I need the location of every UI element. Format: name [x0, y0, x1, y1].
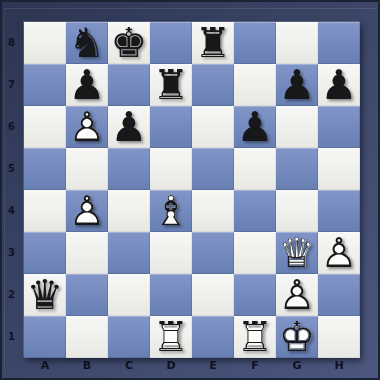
square-a6[interactable] [24, 106, 66, 148]
square-d8[interactable] [150, 22, 192, 64]
piece-glyph: ♟ [318, 64, 360, 107]
piece-outline-glyph: ♖ [150, 316, 192, 359]
file-label-c: C [108, 357, 150, 375]
square-c6[interactable]: ♟ [108, 106, 150, 148]
square-f5[interactable] [234, 148, 276, 190]
square-g2[interactable]: ♟♙ [276, 274, 318, 316]
rank-label-8: 8 [2, 22, 21, 64]
square-c4[interactable] [108, 190, 150, 232]
piece-glyph: ♞ [66, 22, 108, 65]
square-b3[interactable] [66, 232, 108, 274]
square-g7[interactable]: ♟ [276, 64, 318, 106]
square-g4[interactable] [276, 190, 318, 232]
rank-label-7: 7 [2, 64, 21, 106]
rank-label-4: 4 [2, 190, 21, 232]
square-e8[interactable]: ♜ [192, 22, 234, 64]
piece-outline-glyph: ♙ [318, 232, 360, 275]
square-c8[interactable]: ♚ [108, 22, 150, 64]
square-e3[interactable] [192, 232, 234, 274]
square-d1[interactable]: ♜♖ [150, 316, 192, 358]
piece-glyph: ♜ [150, 64, 192, 107]
file-label-b: B [66, 357, 108, 375]
piece-glyph: ♚ [108, 22, 150, 65]
square-c3[interactable] [108, 232, 150, 274]
square-a3[interactable] [24, 232, 66, 274]
square-d4[interactable]: ♝♗ [150, 190, 192, 232]
square-e4[interactable] [192, 190, 234, 232]
square-c1[interactable] [108, 316, 150, 358]
black-pawn[interactable]: ♟ [318, 64, 360, 106]
square-a7[interactable] [24, 64, 66, 106]
piece-outline-glyph: ♗ [150, 190, 192, 233]
square-b2[interactable] [66, 274, 108, 316]
square-a8[interactable] [24, 22, 66, 64]
file-label-e: E [192, 357, 234, 375]
white-pawn[interactable]: ♟♙ [66, 190, 108, 232]
square-a2[interactable]: ♛ [24, 274, 66, 316]
black-knight[interactable]: ♞ [66, 22, 108, 64]
square-h8[interactable] [318, 22, 360, 64]
square-h5[interactable] [318, 148, 360, 190]
white-queen[interactable]: ♛♕ [276, 232, 318, 274]
square-d7[interactable]: ♜ [150, 64, 192, 106]
square-c7[interactable] [108, 64, 150, 106]
black-rook[interactable]: ♜ [150, 64, 192, 106]
white-pawn[interactable]: ♟♙ [276, 274, 318, 316]
square-e2[interactable] [192, 274, 234, 316]
piece-outline-glyph: ♖ [234, 316, 276, 359]
square-f1[interactable]: ♜♖ [234, 316, 276, 358]
square-f6[interactable]: ♟ [234, 106, 276, 148]
piece-outline-glyph: ♕ [276, 232, 318, 275]
square-d5[interactable] [150, 148, 192, 190]
rank-label-1: 1 [2, 316, 21, 358]
square-g6[interactable] [276, 106, 318, 148]
square-f4[interactable] [234, 190, 276, 232]
square-b1[interactable] [66, 316, 108, 358]
white-rook[interactable]: ♜♖ [234, 316, 276, 358]
square-a1[interactable] [24, 316, 66, 358]
white-pawn[interactable]: ♟♙ [318, 232, 360, 274]
square-b6[interactable]: ♟♙ [66, 106, 108, 148]
square-c5[interactable] [108, 148, 150, 190]
square-h2[interactable] [318, 274, 360, 316]
rank-label-3: 3 [2, 232, 21, 274]
square-b5[interactable] [66, 148, 108, 190]
square-g3[interactable]: ♛♕ [276, 232, 318, 274]
square-e1[interactable] [192, 316, 234, 358]
piece-glyph: ♟ [66, 64, 108, 107]
square-g5[interactable] [276, 148, 318, 190]
square-c2[interactable] [108, 274, 150, 316]
black-king[interactable]: ♚ [108, 22, 150, 64]
piece-outline-glyph: ♙ [66, 106, 108, 149]
white-pawn[interactable]: ♟♙ [66, 106, 108, 148]
piece-glyph: ♟ [108, 106, 150, 149]
square-h3[interactable]: ♟♙ [318, 232, 360, 274]
rank-label-2: 2 [2, 274, 21, 316]
black-pawn[interactable]: ♟ [276, 64, 318, 106]
chess-board-widget: 87654321 ABCDEFGH ♞♚♜♟♜♟♟♟♙♟♟♟♙♝♗♛♕♟♙♛♟♙… [0, 0, 380, 380]
rank-label-6: 6 [2, 106, 21, 148]
piece-glyph: ♟ [276, 64, 318, 107]
square-h1[interactable] [318, 316, 360, 358]
piece-outline-glyph: ♔ [276, 316, 318, 359]
piece-outline-glyph: ♙ [66, 190, 108, 233]
square-f7[interactable] [234, 64, 276, 106]
square-f8[interactable] [234, 22, 276, 64]
square-a5[interactable] [24, 148, 66, 190]
square-g8[interactable] [276, 22, 318, 64]
black-pawn[interactable]: ♟ [234, 106, 276, 148]
square-d2[interactable] [150, 274, 192, 316]
black-rook[interactable]: ♜ [192, 22, 234, 64]
square-a4[interactable] [24, 190, 66, 232]
square-g1[interactable]: ♚♔ [276, 316, 318, 358]
square-e7[interactable] [192, 64, 234, 106]
square-h6[interactable] [318, 106, 360, 148]
square-e5[interactable] [192, 148, 234, 190]
file-label-h: H [318, 357, 360, 375]
black-pawn[interactable]: ♟ [108, 106, 150, 148]
square-h7[interactable]: ♟ [318, 64, 360, 106]
white-king[interactable]: ♚♔ [276, 316, 318, 358]
black-queen[interactable]: ♛ [24, 274, 66, 316]
white-bishop[interactable]: ♝♗ [150, 190, 192, 232]
rank-label-5: 5 [2, 148, 21, 190]
square-b7[interactable]: ♟ [66, 64, 108, 106]
square-f3[interactable] [234, 232, 276, 274]
square-b4[interactable]: ♟♙ [66, 190, 108, 232]
square-b8[interactable]: ♞ [66, 22, 108, 64]
chess-board: ♞♚♜♟♜♟♟♟♙♟♟♟♙♝♗♛♕♟♙♛♟♙♜♖♜♖♚♔ [24, 22, 360, 358]
piece-glyph: ♟ [234, 106, 276, 149]
black-pawn[interactable]: ♟ [66, 64, 108, 106]
piece-glyph: ♛ [24, 274, 66, 317]
piece-outline-glyph: ♙ [276, 274, 318, 317]
square-h4[interactable] [318, 190, 360, 232]
piece-glyph: ♜ [192, 22, 234, 65]
square-d6[interactable] [150, 106, 192, 148]
square-e6[interactable] [192, 106, 234, 148]
file-label-a: A [24, 357, 66, 375]
square-d3[interactable] [150, 232, 192, 274]
white-rook[interactable]: ♜♖ [150, 316, 192, 358]
square-f2[interactable] [234, 274, 276, 316]
rank-labels: 87654321 [2, 22, 22, 358]
